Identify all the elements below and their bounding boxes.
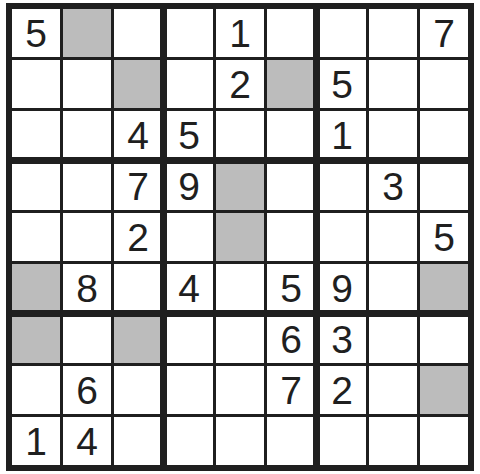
cell-r5c3: 2 xyxy=(114,213,162,261)
cell-r3c4: 5 xyxy=(165,111,213,159)
cell-r7c7: 3 xyxy=(318,315,366,363)
cell-r3c3: 4 xyxy=(114,111,162,159)
cell-r7c6: 6 xyxy=(267,315,315,363)
cell-r3c5[interactable] xyxy=(216,111,264,159)
cell-r1c6[interactable] xyxy=(267,9,315,57)
cell-r6c5[interactable] xyxy=(216,264,264,312)
cell-r6c6: 5 xyxy=(267,264,315,312)
cell-r5c1[interactable] xyxy=(12,213,60,261)
cell-r2c7: 5 xyxy=(318,60,366,108)
cell-r7c4[interactable] xyxy=(165,315,213,363)
cell-r7c3[interactable] xyxy=(114,315,162,363)
cell-r3c1[interactable] xyxy=(12,111,60,159)
cell-r6c1[interactable] xyxy=(12,264,60,312)
cell-r6c7: 9 xyxy=(318,264,366,312)
cell-r9c3[interactable] xyxy=(114,417,162,465)
cell-r6c9[interactable] xyxy=(420,264,468,312)
cell-r4c5[interactable] xyxy=(216,162,264,210)
cell-r6c4: 4 xyxy=(165,264,213,312)
cell-r1c1: 5 xyxy=(12,9,60,57)
cell-r3c2[interactable] xyxy=(63,111,111,159)
cell-r4c6[interactable] xyxy=(267,162,315,210)
cell-r3c7: 1 xyxy=(318,111,366,159)
cell-r3c6[interactable] xyxy=(267,111,315,159)
cell-r8c2: 6 xyxy=(63,366,111,414)
cell-r9c8[interactable] xyxy=(369,417,417,465)
cell-r3c8[interactable] xyxy=(369,111,417,159)
cell-r4c9[interactable] xyxy=(420,162,468,210)
cell-r8c1[interactable] xyxy=(12,366,60,414)
cell-r2c6[interactable] xyxy=(267,60,315,108)
cell-r8c6: 7 xyxy=(267,366,315,414)
cell-r2c5: 2 xyxy=(216,60,264,108)
cell-r8c9[interactable] xyxy=(420,366,468,414)
cell-r1c8[interactable] xyxy=(369,9,417,57)
cell-r8c8[interactable] xyxy=(369,366,417,414)
cell-r9c9[interactable] xyxy=(420,417,468,465)
cell-r2c8[interactable] xyxy=(369,60,417,108)
cell-r2c9[interactable] xyxy=(420,60,468,108)
cell-r1c4[interactable] xyxy=(165,9,213,57)
cell-r8c7: 2 xyxy=(318,366,366,414)
cell-r1c7[interactable] xyxy=(318,9,366,57)
cell-r5c2[interactable] xyxy=(63,213,111,261)
cell-r4c3: 7 xyxy=(114,162,162,210)
cell-r1c5: 1 xyxy=(216,9,264,57)
cell-r6c3[interactable] xyxy=(114,264,162,312)
cell-r7c8[interactable] xyxy=(369,315,417,363)
cell-r6c8[interactable] xyxy=(369,264,417,312)
cell-r9c1: 1 xyxy=(12,417,60,465)
cell-r2c2[interactable] xyxy=(63,60,111,108)
cell-r8c4[interactable] xyxy=(165,366,213,414)
cell-r5c5[interactable] xyxy=(216,213,264,261)
cell-r3c9[interactable] xyxy=(420,111,468,159)
cell-r9c7[interactable] xyxy=(318,417,366,465)
cell-r9c4[interactable] xyxy=(165,417,213,465)
cell-r4c7[interactable] xyxy=(318,162,366,210)
cell-r8c5[interactable] xyxy=(216,366,264,414)
cell-r2c4[interactable] xyxy=(165,60,213,108)
cell-r1c9: 7 xyxy=(420,9,468,57)
cell-r6c2: 8 xyxy=(63,264,111,312)
cell-r9c6[interactable] xyxy=(267,417,315,465)
cell-r1c2[interactable] xyxy=(63,9,111,57)
cell-r7c2[interactable] xyxy=(63,315,111,363)
sudoku-board: 517254517932584596367214 xyxy=(6,3,474,471)
cell-r4c8: 3 xyxy=(369,162,417,210)
cell-r4c4: 9 xyxy=(165,162,213,210)
cell-r7c9[interactable] xyxy=(420,315,468,363)
cell-r2c3[interactable] xyxy=(114,60,162,108)
cell-r2c1[interactable] xyxy=(12,60,60,108)
cell-r5c9: 5 xyxy=(420,213,468,261)
cell-r8c3[interactable] xyxy=(114,366,162,414)
cell-r9c5[interactable] xyxy=(216,417,264,465)
cell-r4c2[interactable] xyxy=(63,162,111,210)
cell-r7c1[interactable] xyxy=(12,315,60,363)
cell-r1c3[interactable] xyxy=(114,9,162,57)
cell-r5c7[interactable] xyxy=(318,213,366,261)
cell-r5c8[interactable] xyxy=(369,213,417,261)
cell-r4c1[interactable] xyxy=(12,162,60,210)
cell-r7c5[interactable] xyxy=(216,315,264,363)
cell-r5c6[interactable] xyxy=(267,213,315,261)
sudoku-board-container: 517254517932584596367214 xyxy=(6,3,474,471)
cell-r9c2: 4 xyxy=(63,417,111,465)
cell-r5c4[interactable] xyxy=(165,213,213,261)
